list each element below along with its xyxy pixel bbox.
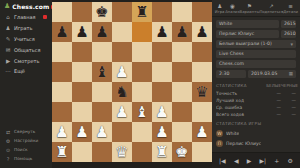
square-g5[interactable] [172,62,192,82]
square-b4[interactable] [72,82,92,102]
square-h2[interactable]: ♟ [192,122,212,142]
square-d3[interactable]: ♟ [112,102,132,122]
square-a7[interactable]: ♟ [52,22,72,42]
settings-icon: ⚙ [5,138,11,144]
square-c7[interactable]: ♟ [92,22,112,42]
white-pawn: ♟ [52,122,72,142]
square-h6[interactable] [192,42,212,62]
square-f7[interactable]: ♟ [152,22,172,42]
square-c5[interactable]: ♝ [92,62,112,82]
notification-badge [43,15,47,19]
square-a2[interactable]: ♟ [52,122,72,142]
playback-controls: |◀◀▶▶|+⚙ [212,152,300,168]
tab-Игра[interactable]: ♟Игра [214,3,225,14]
square-b5[interactable] [72,62,92,82]
square-a1[interactable]: ♜ [52,142,72,162]
sidebar-item-Смотреть[interactable]: ▶Смотреть [0,55,52,66]
chess-board: ♚♜♟♟♟♟♟♟♝♟♞♛♟♝♟♟♟♟♟♟♜♛♜♚ [52,2,212,162]
chevron-down-icon: ▾ [290,40,293,48]
black-knight: ♞ [112,82,132,102]
stat-row: Ср. ошибка—— [216,104,296,111]
square-d8[interactable] [112,2,132,22]
white-pawn: ♟ [152,102,172,122]
black-rating-input[interactable]: 2610 [281,30,296,38]
square-c8[interactable]: ♚ [92,2,112,22]
play-icon: ♟ [5,25,11,31]
square-g7[interactable]: ♟ [172,22,192,42]
square-d2[interactable] [112,122,132,142]
square-e2[interactable] [132,122,152,142]
square-b1[interactable] [72,142,92,162]
help-icon: ? [5,156,11,162]
avatar: W [216,130,223,137]
square-b2[interactable]: ♟ [72,122,92,142]
black-rook: ♜ [132,2,152,22]
sidebar-item-Главная[interactable]: ⌂Главная [0,12,52,23]
black-pawn: ♟ [52,22,72,42]
calendar-icon: ▦ [289,70,293,78]
square-c3[interactable] [92,102,112,122]
white-pawn: ♟ [112,102,132,122]
square-e8[interactable]: ♜ [132,2,152,22]
home-icon: ⌂ [5,14,11,20]
stats-col-black: ЧЕРНЫЕ [281,83,296,88]
black-player-input[interactable]: Перлис Юлиус [216,30,279,38]
watch-icon: ▶ [5,58,11,64]
square-h4[interactable]: ♛ [192,82,212,102]
right-panel: ♟Игра◉Анализ⚑Варианты↗Поделиться≡Детали … [212,0,300,168]
square-f2[interactable]: ♟ [152,122,172,142]
logo-text: Chess.com [12,3,49,10]
event-input[interactable]: Live Chess [216,50,296,58]
sidebar-item-label: Смотреть [14,58,39,64]
sidebar-item-label: Учиться [14,36,35,42]
search-icon: ⊙ [5,147,11,153]
add-button[interactable]: + [274,153,279,168]
sidebar-item-label: Играть [14,25,32,31]
square-g3[interactable] [172,102,192,122]
square-h7[interactable]: ♟ [192,22,212,42]
square-d7[interactable] [112,22,132,42]
sidebar-item-Учиться[interactable]: ✎Учиться [0,34,52,45]
game-stats-section: СТАТИСТИКА ИГРЫ WWhiteППерлис Юлиус [212,118,300,148]
black-bishop: ♝ [92,62,112,82]
square-g8[interactable] [172,2,192,22]
chesscom-logo[interactable]: ♟ Chess.com [0,0,52,12]
tab-Детали[interactable]: ≡Детали [283,3,298,14]
square-a6[interactable] [52,42,72,62]
square-e5[interactable] [132,62,152,82]
black-pawn: ♟ [152,22,172,42]
square-a3[interactable] [52,102,72,122]
stat-row: Всего ходов—— [216,111,296,118]
square-g6[interactable] [172,42,192,62]
black-pawn: ♟ [192,22,212,42]
tab-Анализ[interactable]: ◉Анализ [225,3,239,14]
sidebar-item-Ещё[interactable]: ⋯Ещё [0,66,52,77]
game-stats-title: СТАТИСТИКА ИГРЫ [216,121,296,126]
square-c2[interactable]: ♟ [92,122,112,142]
white-rook: ♜ [152,142,172,162]
black-king: ♚ [92,2,112,22]
square-b3[interactable] [72,102,92,122]
square-d4[interactable]: ♞ [112,82,132,102]
sidebar-item-Общаться[interactable]: ✉Общаться [0,44,52,55]
sidebar-footer: ⇄Свернуть⚙Настройки⊙Поиск?Помощь [0,127,52,164]
square-h5[interactable] [192,62,212,82]
social-icon: ✉ [5,47,11,53]
square-g4[interactable] [172,82,192,102]
sidebar-footer-item-Настройки[interactable]: ⚙Настройки [0,136,52,145]
first-move-button[interactable]: |◀ [219,153,226,168]
sidebar-nav: ⌂Главная♟Играть✎Учиться✉Общаться▶Смотрет… [0,12,52,77]
prev-move-button[interactable]: ◀ [234,153,239,168]
sidebar-item-label: Общаться [14,47,40,53]
square-f4[interactable] [152,82,172,102]
square-f1[interactable]: ♜ [152,142,172,162]
pawn-logo-icon: ♟ [4,3,10,10]
white-pawn: ♟ [152,122,172,142]
site-input[interactable]: Chess.com [216,60,296,68]
game-details-form: White 2615 Перлис Юлиус 2610 ▾ Белые выи… [212,17,300,80]
black-pawn: ♟ [72,22,92,42]
square-a5[interactable] [52,62,72,82]
square-e4[interactable] [132,82,152,102]
square-h8[interactable] [192,2,212,22]
settings-button[interactable]: ⚙ [288,153,293,168]
stat-row: Точность—— [216,90,296,97]
player-row[interactable]: ППерлис Юлиус [216,138,296,148]
white-rook: ♜ [52,142,72,162]
sidebar: ♟ Chess.com ⌂Главная♟Играть✎Учиться✉Обща… [0,0,52,168]
white-pawn: ♟ [192,122,212,142]
white-king: ♚ [172,142,192,162]
white-player-input[interactable]: White [216,20,279,28]
sidebar-item-label: Главная [14,14,36,20]
square-f8[interactable] [152,2,172,22]
learn-icon: ✎ [5,36,11,42]
sidebar-item-label: Ещё [14,68,25,74]
square-a8[interactable] [52,2,72,22]
black-pawn: ♟ [92,22,112,42]
square-b6[interactable] [72,42,92,62]
square-f3[interactable]: ♟ [152,102,172,122]
last-move-button[interactable]: ▶| [259,153,266,168]
square-e6[interactable] [132,42,152,62]
result-select[interactable]: ▾ Белые выиграли (1-0) [216,40,296,48]
black-pawn: ♟ [172,22,192,42]
square-d1[interactable]: ♛ [112,142,132,162]
square-b8[interactable] [72,2,92,22]
square-c6[interactable] [92,42,112,62]
play-button[interactable]: ▶ [247,153,252,168]
date-input[interactable]: ▦ 2019.03.05 [248,70,296,78]
square-c1[interactable] [92,142,112,162]
square-f6[interactable] [152,42,172,62]
white-pawn: ♟ [112,62,132,82]
square-a4[interactable] [52,82,72,102]
white-queen: ♛ [112,142,132,162]
square-e7[interactable] [132,22,152,42]
white-pawn: ♟ [92,122,112,142]
round-input[interactable]: 2:30 [216,70,246,78]
square-e3[interactable]: ♝ [132,102,152,122]
sidebar-footer-item-Свернуть[interactable]: ⇄Свернуть [0,127,52,136]
square-d6[interactable] [112,42,132,62]
sidebar-item-Играть[interactable]: ♟Играть [0,23,52,34]
square-f5[interactable] [152,62,172,82]
stat-row: Лучший ход—— [216,97,296,104]
square-h3[interactable] [192,102,212,122]
stats-title: СТАТИСТИКА [216,83,266,88]
sidebar-footer-item-Поиск[interactable]: ⊙Поиск [0,146,52,155]
avatar: П [216,140,223,147]
sidebar-footer-item-Помощь[interactable]: ?Помощь [0,155,52,164]
more-icon: ⋯ [5,68,11,74]
stats-section: СТАТИСТИКА БЕЛЫЕ ЧЕРНЫЕ Точность——Лучший… [212,80,300,118]
square-g2[interactable] [172,122,192,142]
white-bishop: ♝ [132,102,152,122]
white-pawn: ♟ [72,122,92,142]
collapse-icon: ⇄ [5,129,11,135]
white-rating-input[interactable]: 2615 [281,20,296,28]
stats-col-white: БЕЛЫЕ [266,83,281,88]
tab-Варианты[interactable]: ⚑Варианты [240,3,260,14]
tab-Поделиться[interactable]: ↗Поделиться [259,3,283,14]
black-queen: ♛ [192,82,212,102]
square-e1[interactable] [132,142,152,162]
panel-tabs: ♟Игра◉Анализ⚑Варианты↗Поделиться≡Детали [212,0,300,17]
player-row[interactable]: WWhite [216,128,296,138]
square-c4[interactable] [92,82,112,102]
square-b7[interactable]: ♟ [72,22,92,42]
square-h1[interactable] [192,142,212,162]
square-g1[interactable]: ♚ [172,142,192,162]
square-d5[interactable]: ♟ [112,62,132,82]
